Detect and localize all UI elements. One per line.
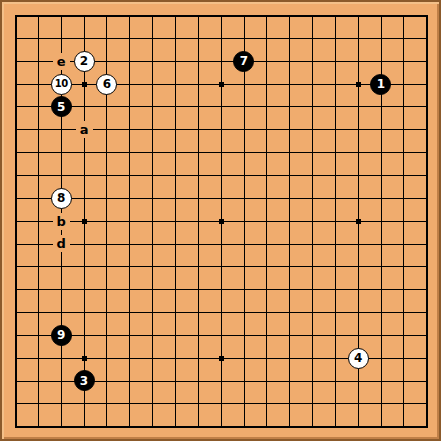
star-point (356, 82, 361, 87)
stone-white-4: 4 (348, 348, 369, 369)
letter-label-d: d (53, 235, 70, 252)
star-point (82, 356, 87, 361)
star-point (219, 356, 224, 361)
stone-black-9: 9 (51, 325, 72, 346)
star-point (219, 219, 224, 224)
star-point (82, 219, 87, 224)
stone-white-2: 2 (74, 51, 95, 72)
stone-white-8: 8 (51, 188, 72, 209)
stone-black-3: 3 (74, 370, 95, 391)
stone-white-6: 6 (96, 74, 117, 95)
letter-label-a: a (76, 121, 93, 138)
star-point (82, 82, 87, 87)
star-point (356, 219, 361, 224)
stone-black-5: 5 (51, 96, 72, 117)
intersections: eabd12345678910 (4, 4, 438, 438)
stone-black-7: 7 (233, 51, 254, 72)
go-board: eabd12345678910 (0, 0, 441, 441)
stone-black-1: 1 (370, 74, 391, 95)
star-point (219, 82, 224, 87)
letter-label-b: b (53, 213, 70, 230)
stone-white-10: 10 (51, 74, 72, 95)
letter-label-e: e (53, 53, 70, 70)
